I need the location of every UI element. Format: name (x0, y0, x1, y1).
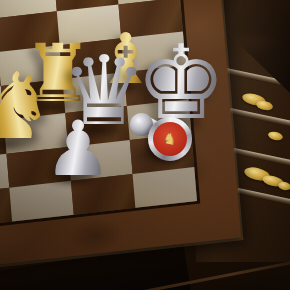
drawer-divider (236, 188, 290, 211)
square-h1[interactable] (133, 167, 197, 208)
drawer-divider (232, 148, 290, 171)
drawer-divider (228, 108, 290, 131)
stored-gold-piece[interactable] (255, 99, 274, 112)
gold-crest-icon: ♞ (162, 130, 178, 147)
stored-gold-piece[interactable] (277, 181, 290, 192)
fallen-pawn-base[interactable]: ♞ (148, 117, 192, 161)
red-felt-base: ♞ (153, 122, 187, 156)
silver-pawn-g1[interactable]: ♟ (44, 111, 112, 187)
stored-gold-piece[interactable] (267, 130, 283, 141)
chess-set-photo: ♞ ♞♜♝♛♚♟ (0, 0, 290, 290)
